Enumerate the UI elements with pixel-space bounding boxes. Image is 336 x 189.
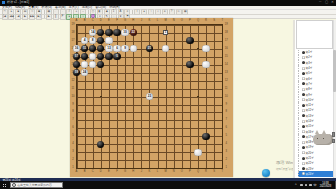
taskbar-search-input[interactable]: 在这里输入你要搜索的内容 bbox=[10, 182, 63, 188]
tree-node-24[interactable]: 第24手 bbox=[298, 171, 333, 176]
tree-node-label: 第15手 bbox=[306, 124, 314, 128]
toolbar-separator bbox=[132, 10, 133, 14]
tree-node-label: 第4手 bbox=[306, 66, 313, 70]
black-stone-icon bbox=[302, 61, 305, 64]
black-stone-icon bbox=[302, 114, 305, 117]
go-board[interactable] bbox=[70, 18, 233, 177]
black-stone-icon bbox=[302, 104, 305, 107]
toolbar-separator bbox=[88, 10, 89, 14]
screen: { "window": { "title": "棋谱 v2 - [对局1]", … bbox=[0, 0, 336, 189]
tree-node-label: 第23手 bbox=[306, 167, 314, 171]
tree-node-label: 第20手 bbox=[306, 151, 314, 155]
system-tray: ^ 中 14:38 2021/6/28 bbox=[294, 181, 336, 189]
tray-chevron-icon[interactable]: ^ bbox=[295, 183, 297, 187]
tray-icon-2[interactable] bbox=[305, 184, 308, 187]
tree-node-label: 第2手 bbox=[306, 55, 313, 59]
white-stone-icon bbox=[302, 172, 305, 175]
tree-node-label: 第24手 bbox=[306, 172, 314, 176]
pet-button-bottom[interactable] bbox=[332, 139, 336, 144]
black-stone-icon bbox=[302, 51, 305, 54]
white-stone-icon bbox=[302, 130, 305, 133]
white-stone-icon bbox=[302, 141, 305, 144]
black-stone-icon bbox=[302, 135, 305, 138]
tree-node-label: 第22手 bbox=[306, 161, 314, 165]
tree-node-label: 第1手 bbox=[306, 50, 313, 54]
black-stone-icon bbox=[302, 93, 305, 96]
search-placeholder: 在这里输入你要搜索的内容 bbox=[17, 183, 52, 187]
black-stone-icon bbox=[302, 146, 305, 149]
search-icon bbox=[12, 183, 16, 187]
tree-node-label: 第13手 bbox=[306, 114, 314, 118]
tree-node-label: 第10手 bbox=[306, 98, 314, 102]
tree-node-label: 第5手 bbox=[306, 71, 313, 75]
toolbar-separator bbox=[44, 10, 45, 14]
tree-node-label: 第3手 bbox=[306, 61, 313, 65]
start-button[interactable] bbox=[0, 181, 9, 189]
toolbar-separator bbox=[44, 15, 45, 19]
ime-indicator[interactable]: 中 bbox=[314, 183, 317, 187]
close-button[interactable]: ✕ bbox=[331, 0, 334, 5]
tree-node-label: 第21手 bbox=[306, 156, 314, 160]
app-icon bbox=[2, 1, 5, 4]
white-stone-icon bbox=[302, 151, 305, 154]
white-stone-icon bbox=[302, 88, 305, 91]
tree-scrollbar-thumb[interactable] bbox=[333, 50, 335, 92]
pet-button-top[interactable] bbox=[332, 132, 336, 137]
white-stone-icon bbox=[302, 162, 305, 165]
tree-node-label: 第8手 bbox=[306, 87, 313, 91]
white-stone-icon bbox=[302, 67, 305, 70]
black-stone-icon bbox=[302, 82, 305, 85]
black-stone-icon bbox=[302, 125, 305, 128]
tree-node-label: 第7手 bbox=[306, 82, 313, 86]
minimize-button[interactable]: ─ bbox=[319, 0, 321, 5]
tree-node-label: 第12手 bbox=[306, 108, 314, 112]
window-title: 棋谱 v2 - [对局1] bbox=[7, 0, 29, 4]
tree-node-label: 第11手 bbox=[306, 103, 314, 107]
tree-node-label: 第9手 bbox=[306, 93, 313, 97]
cat-body bbox=[313, 134, 333, 145]
tree-node-label: 第6手 bbox=[306, 77, 313, 81]
tree-node-label: 第19手 bbox=[306, 145, 314, 149]
black-stone-icon bbox=[302, 167, 305, 170]
comment-box[interactable] bbox=[296, 20, 333, 49]
black-stone-icon bbox=[302, 72, 305, 75]
white-stone-icon bbox=[302, 109, 305, 112]
white-stone-icon bbox=[302, 56, 305, 59]
white-stone-icon bbox=[302, 98, 305, 101]
white-stone-icon bbox=[302, 120, 305, 123]
floating-action-button[interactable] bbox=[262, 169, 271, 178]
white-stone-icon bbox=[302, 77, 305, 80]
move-tree: 第1手第2手第3手第4手第5手第6手第7手第8手第9手第10手第11手第12手第… bbox=[296, 50, 333, 178]
taskbar-clock[interactable]: 14:38 2021/6/28 bbox=[319, 182, 332, 188]
tray-icon-1[interactable] bbox=[300, 184, 303, 187]
black-stone-icon bbox=[302, 157, 305, 160]
tray-icon-3[interactable] bbox=[309, 184, 312, 187]
tree-node-label: 第14手 bbox=[306, 119, 314, 123]
clock-date: 2021/6/28 bbox=[319, 185, 332, 188]
maximize-button[interactable]: ▢ bbox=[325, 0, 328, 5]
